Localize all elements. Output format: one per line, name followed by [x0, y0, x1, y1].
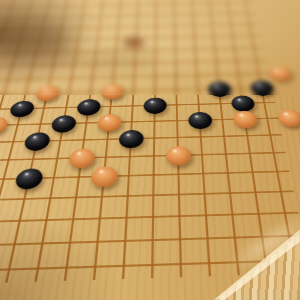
out-of-focus-area — [0, 0, 300, 95]
go-photo-frame — [0, 0, 300, 300]
black-stone — [188, 111, 213, 129]
black-stone — [118, 129, 143, 148]
black-stone — [143, 97, 166, 114]
orange-stone — [165, 146, 191, 166]
